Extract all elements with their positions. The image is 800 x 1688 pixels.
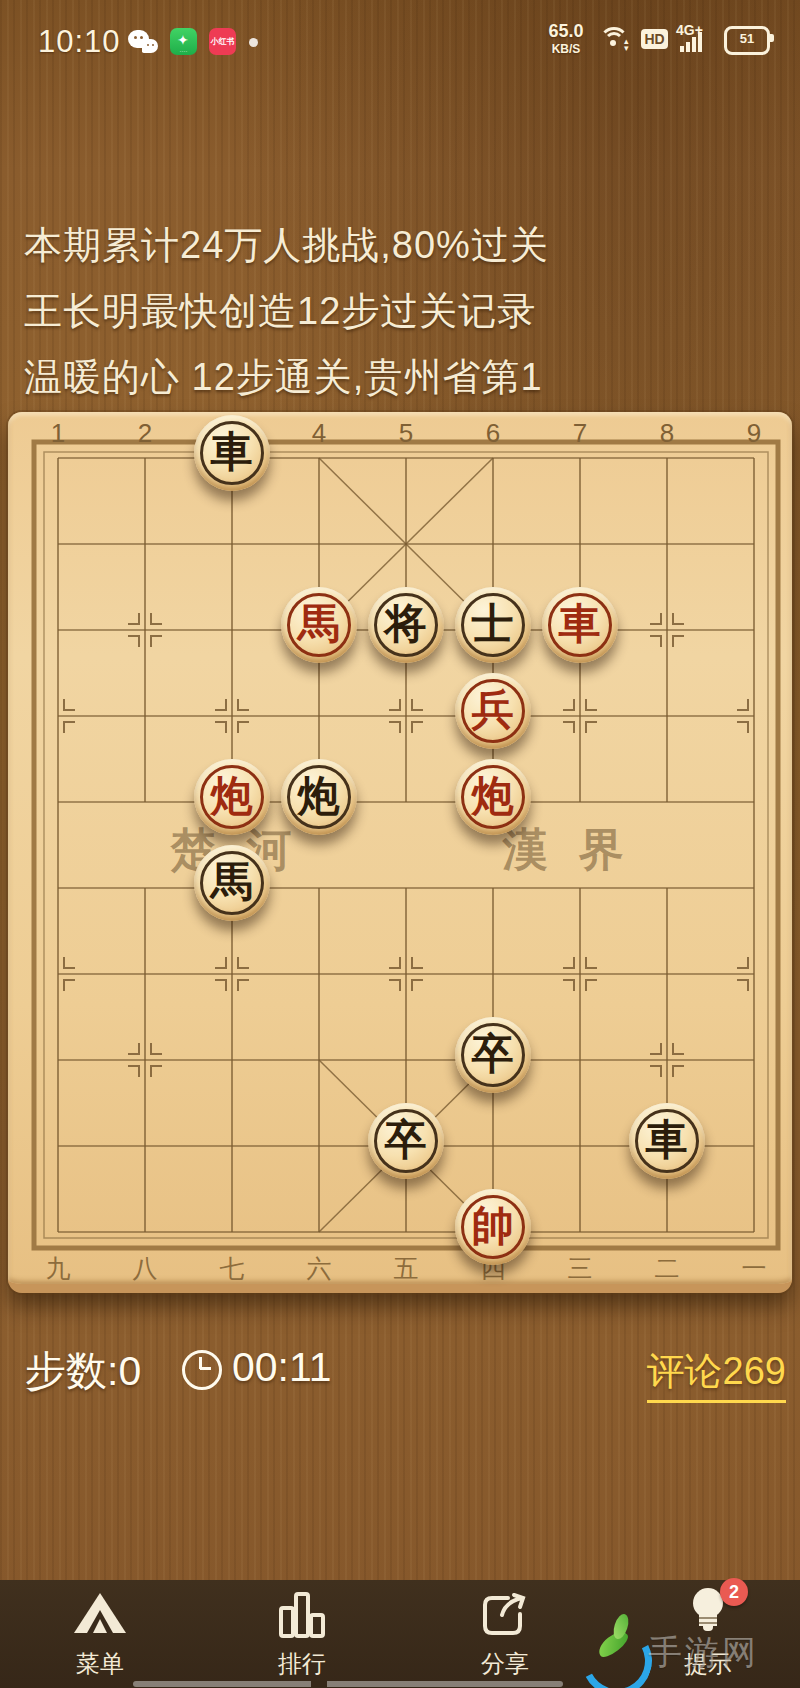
clock-time: 10:10 bbox=[38, 24, 121, 60]
network-speed: 65.0KB/S bbox=[542, 22, 590, 56]
piece-black-卒[interactable]: 卒 bbox=[455, 1017, 531, 1093]
comments-link[interactable]: 评论269 bbox=[647, 1346, 786, 1403]
piece-black-卒[interactable]: 卒 bbox=[368, 1103, 444, 1179]
headline-line-2: 王长明最快创造12步过关记录 bbox=[24, 278, 549, 344]
move-counter: 步数:0 bbox=[25, 1344, 141, 1399]
cellular-4g-icon: 4G+ bbox=[676, 24, 718, 52]
timer-value: 00:11 bbox=[232, 1344, 332, 1391]
challenge-headline: 本期累计24万人挑战,80%过关 王长明最快创造12步过关记录 温暖的心 12步… bbox=[24, 212, 549, 410]
piece-red-車[interactable]: 車 bbox=[542, 587, 618, 663]
piece-black-車[interactable]: 車 bbox=[194, 415, 270, 491]
wechat-icon bbox=[128, 30, 162, 56]
nav-item-menu[interactable]: 菜单 bbox=[20, 1580, 180, 1688]
hd-badge: HD bbox=[641, 29, 668, 49]
page-scrollbar[interactable] bbox=[133, 1681, 563, 1687]
share-icon bbox=[478, 1590, 532, 1640]
game-status-row: 步数:0 00:11 评论269 bbox=[0, 1342, 800, 1398]
battery-icon: 51 bbox=[724, 26, 770, 55]
hint-badge: 2 bbox=[720, 1578, 748, 1606]
green-app-icon: ✦ ···· bbox=[170, 28, 197, 55]
xiangqi-board[interactable]: 123456789 九八七六五四三二一 楚 河 漢 界 車馬将士車兵炮炮炮馬卒卒… bbox=[8, 412, 792, 1293]
piece-red-炮[interactable]: 炮 bbox=[194, 759, 270, 835]
app-screen: 10:10 ✦ ···· 小红书 65.0KB/S ▴▾ HD 4G+ 51 本… bbox=[0, 0, 800, 1688]
status-bar: 10:10 ✦ ···· 小红书 65.0KB/S ▴▾ HD 4G+ 51 bbox=[0, 0, 800, 80]
notification-dot-icon bbox=[249, 38, 258, 47]
piece-black-将[interactable]: 将 bbox=[368, 587, 444, 663]
site-watermark: 手游网 bbox=[574, 1608, 794, 1688]
piece-black-炮[interactable]: 炮 bbox=[281, 759, 357, 835]
nav-item-share[interactable]: 分享 bbox=[425, 1580, 585, 1688]
bar-chart-icon bbox=[277, 1590, 327, 1640]
piece-red-帥[interactable]: 帥 bbox=[455, 1189, 531, 1265]
piece-black-士[interactable]: 士 bbox=[455, 587, 531, 663]
pieces-layer: 車馬将士車兵炮炮炮馬卒卒車帥 bbox=[14, 415, 797, 1275]
piece-black-車[interactable]: 車 bbox=[629, 1103, 705, 1179]
piece-red-兵[interactable]: 兵 bbox=[455, 673, 531, 749]
nav-item-ranking[interactable]: 排行 bbox=[222, 1580, 382, 1688]
headline-line-1: 本期累计24万人挑战,80%过关 bbox=[24, 212, 549, 278]
piece-black-馬[interactable]: 馬 bbox=[194, 845, 270, 921]
timer-clock-icon bbox=[182, 1350, 222, 1390]
menu-icon bbox=[71, 1590, 129, 1636]
piece-red-炮[interactable]: 炮 bbox=[455, 759, 531, 835]
xiaohongshu-icon: 小红书 bbox=[209, 28, 236, 55]
piece-red-馬[interactable]: 馬 bbox=[281, 587, 357, 663]
wifi-icon: ▴▾ bbox=[598, 26, 630, 52]
watermark-text: 手游网 bbox=[648, 1630, 759, 1676]
headline-line-3: 温暖的心 12步通关,贵州省第1 bbox=[24, 344, 549, 410]
